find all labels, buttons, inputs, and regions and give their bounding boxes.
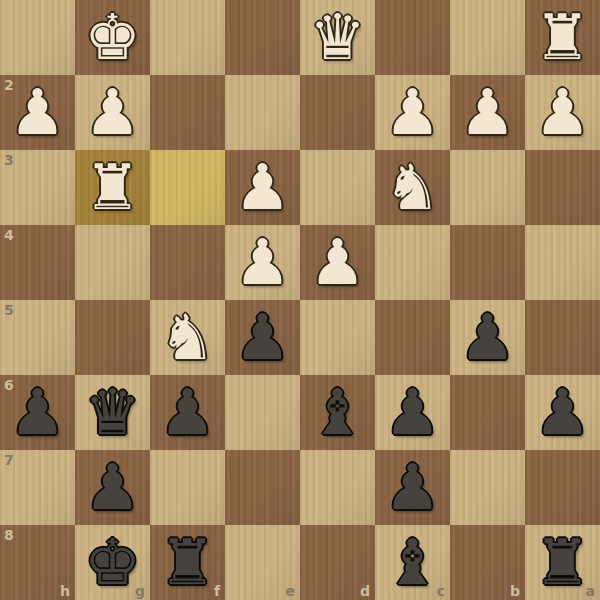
square-e3[interactable]: ♟ — [225, 150, 300, 225]
rank-label-3: 3 — [4, 152, 14, 168]
square-g2[interactable]: ♟ — [75, 75, 150, 150]
square-h7[interactable]: 7 — [0, 450, 75, 525]
square-c8[interactable]: c♝ — [375, 525, 450, 600]
square-e8[interactable]: e — [225, 525, 300, 600]
black-king-g8[interactable]: ♚ — [84, 525, 140, 600]
white-rook-g3[interactable]: ♜ — [84, 150, 140, 225]
square-d5[interactable] — [300, 300, 375, 375]
chess-board: ♚♛♜2♟♟♟♟♟3♜♟♞4♟♟5♞♟♟6♟♛♟♝♟♟7♟♟8hg♚f♜edc♝… — [0, 0, 600, 600]
square-a4[interactable] — [525, 225, 600, 300]
square-d8[interactable]: d — [300, 525, 375, 600]
square-h8[interactable]: 8h — [0, 525, 75, 600]
square-c1[interactable] — [375, 0, 450, 75]
square-a5[interactable] — [525, 300, 600, 375]
square-f2[interactable] — [150, 75, 225, 150]
white-pawn-h2[interactable]: ♟ — [9, 75, 65, 150]
file-label-d: d — [360, 583, 370, 599]
white-pawn-d4[interactable]: ♟ — [309, 225, 365, 300]
square-b7[interactable] — [450, 450, 525, 525]
square-h6[interactable]: 6♟ — [0, 375, 75, 450]
square-g8[interactable]: g♚ — [75, 525, 150, 600]
square-e5[interactable]: ♟ — [225, 300, 300, 375]
square-a8[interactable]: a♜ — [525, 525, 600, 600]
square-b6[interactable] — [450, 375, 525, 450]
black-pawn-g7[interactable]: ♟ — [84, 450, 140, 525]
square-c4[interactable] — [375, 225, 450, 300]
black-pawn-e5[interactable]: ♟ — [234, 300, 290, 375]
square-f5[interactable]: ♞ — [150, 300, 225, 375]
square-c6[interactable]: ♟ — [375, 375, 450, 450]
square-h4[interactable]: 4 — [0, 225, 75, 300]
square-b4[interactable] — [450, 225, 525, 300]
white-queen-d1[interactable]: ♛ — [309, 0, 365, 75]
square-g4[interactable] — [75, 225, 150, 300]
square-f7[interactable] — [150, 450, 225, 525]
square-d4[interactable]: ♟ — [300, 225, 375, 300]
square-g6[interactable]: ♛ — [75, 375, 150, 450]
square-d1[interactable]: ♛ — [300, 0, 375, 75]
black-pawn-c7[interactable]: ♟ — [384, 450, 440, 525]
square-e4[interactable]: ♟ — [225, 225, 300, 300]
square-c5[interactable] — [375, 300, 450, 375]
square-a6[interactable]: ♟ — [525, 375, 600, 450]
white-pawn-a2[interactable]: ♟ — [534, 75, 590, 150]
square-b8[interactable]: b — [450, 525, 525, 600]
square-f3[interactable] — [150, 150, 225, 225]
square-g7[interactable]: ♟ — [75, 450, 150, 525]
square-e6[interactable] — [225, 375, 300, 450]
black-pawn-c6[interactable]: ♟ — [384, 375, 440, 450]
white-knight-c3[interactable]: ♞ — [384, 150, 440, 225]
square-c3[interactable]: ♞ — [375, 150, 450, 225]
square-d2[interactable] — [300, 75, 375, 150]
file-label-h: h — [60, 583, 70, 599]
rank-label-4: 4 — [4, 227, 14, 243]
black-bishop-d6[interactable]: ♝ — [309, 375, 365, 450]
square-f6[interactable]: ♟ — [150, 375, 225, 450]
black-pawn-f6[interactable]: ♟ — [159, 375, 215, 450]
square-a3[interactable] — [525, 150, 600, 225]
chess-board-wrapper: ♚♛♜2♟♟♟♟♟3♜♟♞4♟♟5♞♟♟6♟♛♟♝♟♟7♟♟8hg♚f♜edc♝… — [0, 0, 600, 600]
black-pawn-a6[interactable]: ♟ — [534, 375, 590, 450]
square-a7[interactable] — [525, 450, 600, 525]
white-king-g1[interactable]: ♚ — [84, 0, 140, 75]
square-d7[interactable] — [300, 450, 375, 525]
square-e7[interactable] — [225, 450, 300, 525]
file-label-b: b — [510, 583, 520, 599]
white-pawn-e3[interactable]: ♟ — [234, 150, 290, 225]
square-a2[interactable]: ♟ — [525, 75, 600, 150]
square-d6[interactable]: ♝ — [300, 375, 375, 450]
square-b2[interactable]: ♟ — [450, 75, 525, 150]
square-g1[interactable]: ♚ — [75, 0, 150, 75]
square-d3[interactable] — [300, 150, 375, 225]
square-a1[interactable]: ♜ — [525, 0, 600, 75]
square-e2[interactable] — [225, 75, 300, 150]
square-b5[interactable]: ♟ — [450, 300, 525, 375]
square-h3[interactable]: 3 — [0, 150, 75, 225]
white-rook-a1[interactable]: ♜ — [534, 0, 590, 75]
square-h2[interactable]: 2♟ — [0, 75, 75, 150]
square-h5[interactable]: 5 — [0, 300, 75, 375]
square-c7[interactable]: ♟ — [375, 450, 450, 525]
square-e1[interactable] — [225, 0, 300, 75]
rank-label-8: 8 — [4, 527, 14, 543]
square-c2[interactable]: ♟ — [375, 75, 450, 150]
black-bishop-c8[interactable]: ♝ — [384, 525, 440, 600]
rank-label-7: 7 — [4, 452, 14, 468]
black-pawn-b5[interactable]: ♟ — [459, 300, 515, 375]
file-label-e: e — [286, 583, 296, 599]
white-pawn-c2[interactable]: ♟ — [384, 75, 440, 150]
square-g5[interactable] — [75, 300, 150, 375]
white-pawn-g2[interactable]: ♟ — [84, 75, 140, 150]
square-b1[interactable] — [450, 0, 525, 75]
black-queen-g6[interactable]: ♛ — [84, 375, 140, 450]
white-pawn-e4[interactable]: ♟ — [234, 225, 290, 300]
square-f8[interactable]: f♜ — [150, 525, 225, 600]
rank-label-5: 5 — [4, 302, 14, 318]
black-pawn-h6[interactable]: ♟ — [9, 375, 65, 450]
square-h1[interactable] — [0, 0, 75, 75]
square-f1[interactable] — [150, 0, 225, 75]
black-rook-f8[interactable]: ♜ — [159, 525, 215, 600]
white-knight-f5[interactable]: ♞ — [159, 300, 215, 375]
square-f4[interactable] — [150, 225, 225, 300]
square-b3[interactable] — [450, 150, 525, 225]
black-rook-a8[interactable]: ♜ — [534, 525, 590, 600]
white-pawn-b2[interactable]: ♟ — [459, 75, 515, 150]
square-g3[interactable]: ♜ — [75, 150, 150, 225]
